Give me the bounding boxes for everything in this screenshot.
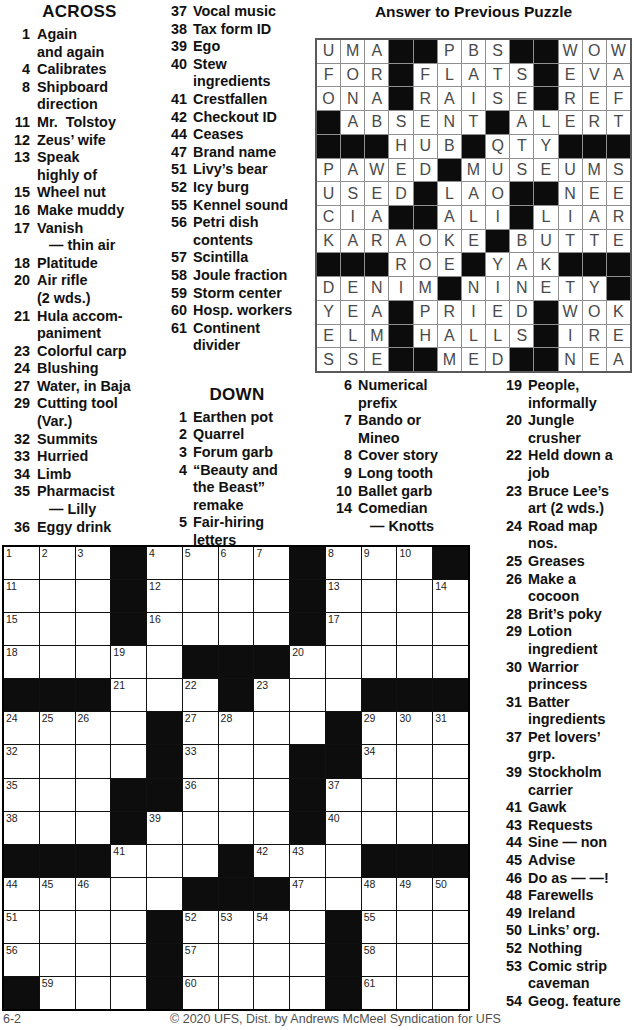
clue-down-43: 43Requests — [498, 817, 634, 835]
across-header: ACROSS — [1, 3, 158, 21]
clue-number: 49 — [498, 905, 528, 923]
clue-text: Zeus’ wife — [37, 132, 158, 150]
puzzle-cell-r4c9[interactable]: 20 — [290, 646, 325, 678]
answer-cell-r4c12: R — [583, 111, 606, 134]
clue-text: Hosp. workers — [193, 302, 313, 320]
puzzle-cell-r14c2[interactable]: 59 — [40, 977, 75, 1009]
clue-across-44: 44Ceases — [161, 126, 313, 144]
puzzle-cell-r2c8[interactable] — [254, 580, 289, 612]
answer-cell-r13c13: E — [607, 325, 630, 348]
puzzle-black-cell — [76, 679, 111, 711]
answer-black-cell — [607, 135, 630, 158]
puzzle-cell-r1c12[interactable]: 10 — [397, 547, 432, 579]
puzzle-cell-r14c13[interactable] — [433, 977, 468, 1009]
puzzle-cell-r14c8[interactable] — [254, 977, 289, 1009]
puzzle-black-cell — [326, 712, 361, 744]
puzzle-cell-r7c2[interactable] — [40, 745, 75, 777]
puzzle-cell-r14c12[interactable] — [397, 977, 432, 1009]
clue-text: Platitude — [37, 255, 158, 273]
answer-cell-r3c13: F — [607, 87, 630, 110]
answer-cell-r3c8: S — [486, 87, 509, 110]
clue-across-42: 42Checkout ID — [161, 109, 313, 127]
clue-text: Pet lovers’ grp. — [528, 729, 634, 764]
cell-number: 59 — [42, 977, 54, 989]
answer-cell-r13c12: R — [583, 325, 606, 348]
puzzle-cell-r3c3[interactable] — [76, 613, 111, 645]
clue-down-30: 30Warrior princess — [498, 659, 634, 694]
cell-number: 50 — [435, 878, 447, 890]
answer-cell-r8c3: A — [365, 206, 388, 229]
answer-cell-r14c11: N — [559, 348, 582, 371]
puzzle-cell-r3c1[interactable]: 15 — [4, 613, 39, 645]
puzzle-cell-r1c10[interactable]: 8 — [326, 547, 361, 579]
puzzle-cell-r14c9[interactable] — [290, 977, 325, 1009]
answer-cell-r11c8: I — [486, 277, 509, 300]
cell-number: 55 — [364, 911, 376, 923]
cell-number: 16 — [149, 613, 161, 625]
answer-cell-r6c13: S — [607, 159, 630, 182]
answer-cell-r4c4: S — [389, 111, 412, 134]
clue-number: 6 — [329, 377, 358, 395]
puzzle-cell-r9c11[interactable] — [362, 812, 397, 844]
puzzle-cell-r3c13[interactable] — [433, 613, 468, 645]
answer-cell-r2c13: A — [607, 64, 630, 87]
answer-cell-r10c10: K — [534, 253, 557, 276]
puzzle-black-cell — [326, 977, 361, 1009]
puzzle-black-cell — [254, 878, 289, 910]
cell-number: 35 — [6, 779, 18, 791]
puzzle-black-cell — [147, 712, 182, 744]
clue-number: 54 — [498, 993, 528, 1011]
cell-number: 30 — [399, 712, 411, 724]
puzzle-cell-r13c7[interactable] — [219, 944, 254, 976]
answer-cell-r1c7: B — [462, 40, 485, 63]
puzzle-cell-r10c6[interactable] — [183, 845, 218, 877]
puzzle-cell-r2c3[interactable] — [76, 580, 111, 612]
cell-number: 11 — [6, 580, 17, 592]
answer-black-cell — [510, 206, 533, 229]
puzzle-cell-r12c9[interactable] — [290, 911, 325, 943]
puzzle-black-cell — [254, 646, 289, 678]
puzzle-cell-r12c6[interactable]: 52 — [183, 911, 218, 943]
clue-text: Bando or Mineo — [358, 412, 479, 447]
puzzle-cell-r3c7[interactable] — [219, 613, 254, 645]
puzzle-black-cell — [111, 580, 146, 612]
puzzle-cell-r6c3[interactable]: 26 — [76, 712, 111, 744]
puzzle-cell-r8c7[interactable] — [219, 779, 254, 811]
copyright-line: © 2020 UFS, Dist. by Andrews McMeel Synd… — [170, 1012, 501, 1026]
puzzle-cell-r3c6[interactable] — [183, 613, 218, 645]
puzzle-cell-r4c12[interactable] — [397, 646, 432, 678]
clue-text: Nothing — [528, 940, 634, 958]
puzzle-cell-r7c3[interactable] — [76, 745, 111, 777]
puzzle-cell-r6c4[interactable] — [111, 712, 146, 744]
puzzle-black-cell — [111, 779, 146, 811]
puzzle-cell-r12c11[interactable]: 55 — [362, 911, 397, 943]
puzzle-black-cell — [219, 878, 254, 910]
puzzle-cell-r6c13[interactable]: 31 — [433, 712, 468, 744]
puzzle-cell-r5c6[interactable]: 22 — [183, 679, 218, 711]
puzzle-cell-r4c3[interactable] — [76, 646, 111, 678]
puzzle-cell-r9c7[interactable] — [219, 812, 254, 844]
puzzle-cell-r2c1[interactable]: 11 — [4, 580, 39, 612]
puzzle-cell-r11c9[interactable]: 47 — [290, 878, 325, 910]
puzzle-cell-r11c11[interactable]: 48 — [362, 878, 397, 910]
puzzle-cell-r12c1[interactable]: 51 — [4, 911, 39, 943]
clue-number: 15 — [1, 184, 37, 202]
puzzle-black-cell — [397, 845, 432, 877]
puzzle-cell-r14c11[interactable]: 61 — [362, 977, 397, 1009]
answer-cell-r9c10: U — [534, 230, 557, 253]
clue-text: Air rifle (2 wds.) — [37, 272, 158, 307]
puzzle-black-cell — [111, 613, 146, 645]
clue-number: 43 — [498, 817, 528, 835]
puzzle-cell-r13c13[interactable] — [433, 944, 468, 976]
answer-cell-r1c3: A — [365, 40, 388, 63]
clue-column-2: 37Vocal music38Tax form ID39Ego40Stew in… — [161, 3, 313, 550]
answer-cell-r2c9: S — [510, 64, 533, 87]
answer-cell-r7c12: E — [583, 182, 606, 205]
cell-number: 51 — [6, 911, 18, 923]
puzzle-cell-r13c1[interactable]: 56 — [4, 944, 39, 976]
answer-cell-r2c1: F — [317, 64, 340, 87]
cell-number: 36 — [185, 779, 197, 791]
puzzle-cell-r1c2[interactable]: 2 — [40, 547, 75, 579]
puzzle-cell-r14c6[interactable]: 60 — [183, 977, 218, 1009]
answer-black-cell — [510, 348, 533, 371]
puzzle-black-cell — [219, 646, 254, 678]
puzzle-cell-r11c10[interactable] — [326, 878, 361, 910]
clue-down-41: 41Gawk — [498, 799, 634, 817]
clue-number: 24 — [1, 360, 37, 378]
clue-text: People, informally — [528, 377, 634, 412]
cell-number: 27 — [185, 712, 197, 724]
clue-number: 44 — [498, 834, 528, 852]
clue-down-19: 19People, informally — [498, 377, 634, 412]
clue-number: 37 — [498, 729, 528, 747]
puzzle-cell-r3c11[interactable] — [362, 613, 397, 645]
answer-cell-r9c13: E — [607, 230, 630, 253]
clue-number: 45 — [498, 852, 528, 870]
clue-across-60: 60Hosp. workers — [161, 302, 313, 320]
puzzle-cell-r8c2[interactable] — [40, 779, 75, 811]
clue-across-11: 11Mr. Tolstoy — [1, 114, 158, 132]
puzzle-cell-r9c6[interactable] — [183, 812, 218, 844]
clue-across-17: 17Vanish — thin air — [1, 220, 158, 255]
puzzle-cell-r9c10[interactable]: 40 — [326, 812, 361, 844]
answer-black-cell — [389, 325, 412, 348]
clue-text: Kennel sound — [193, 197, 313, 215]
cell-number: 26 — [78, 712, 90, 724]
puzzle-cell-r13c3[interactable] — [76, 944, 111, 976]
answer-cell-r8c6: A — [438, 206, 461, 229]
puzzle-cell-r5c5[interactable] — [147, 679, 182, 711]
puzzle-cell-r14c3[interactable] — [76, 977, 111, 1009]
answer-cell-r11c4: I — [389, 277, 412, 300]
answer-cell-r14c3: E — [365, 348, 388, 371]
clue-number: 30 — [498, 659, 528, 677]
puzzle-cell-r12c8[interactable]: 54 — [254, 911, 289, 943]
puzzle-cell-r7c4[interactable] — [111, 745, 146, 777]
puzzle-cell-r1c8[interactable]: 7 — [254, 547, 289, 579]
puzzle-cell-r12c12[interactable] — [397, 911, 432, 943]
puzzle-cell-r2c13[interactable]: 14 — [433, 580, 468, 612]
puzzle-cell-r3c10[interactable]: 17 — [326, 613, 361, 645]
answer-cell-r3c6: A — [438, 87, 461, 110]
puzzle-cell-r14c4[interactable] — [111, 977, 146, 1009]
clue-text: Livy’s bear — [193, 161, 313, 179]
puzzle-cell-r8c10[interactable]: 37 — [326, 779, 361, 811]
clue-down-23: 23Bruce Lee’s art (2 wds.) — [498, 483, 634, 518]
cell-number: 49 — [399, 878, 411, 890]
clue-text: Scintilla — [193, 249, 313, 267]
puzzle-cell-r8c6[interactable]: 36 — [183, 779, 218, 811]
puzzle-cell-r6c8[interactable] — [254, 712, 289, 744]
clue-down-39: 39Stockholm carrier — [498, 764, 634, 799]
answer-black-cell — [534, 87, 557, 110]
puzzle-cell-r5c9[interactable] — [290, 679, 325, 711]
answer-cell-r1c12: O — [583, 40, 606, 63]
puzzle-cell-r12c4[interactable] — [111, 911, 146, 943]
clue-down-44: 44Sine — non — [498, 834, 634, 852]
clue-text: Pharmacist — Lilly — [37, 483, 158, 518]
puzzle-cell-r4c2[interactable] — [40, 646, 75, 678]
puzzle-cell-r5c4[interactable]: 21 — [111, 679, 146, 711]
answer-cell-r1c13: W — [607, 40, 630, 63]
puzzle-cell-r7c6[interactable]: 33 — [183, 745, 218, 777]
puzzle-cell-r10c9[interactable]: 43 — [290, 845, 325, 877]
puzzle-cell-r1c7[interactable]: 6 — [219, 547, 254, 579]
clue-number: 32 — [1, 431, 37, 449]
puzzle-black-cell — [4, 977, 39, 1009]
clue-number: 56 — [161, 214, 193, 232]
puzzle-cell-r8c3[interactable] — [76, 779, 111, 811]
puzzle-black-cell — [433, 845, 468, 877]
puzzle-cell-r7c13[interactable] — [433, 745, 468, 777]
puzzle-cell-r6c12[interactable]: 30 — [397, 712, 432, 744]
puzzle-cell-r10c8[interactable]: 42 — [254, 845, 289, 877]
puzzle-cell-r6c9[interactable] — [290, 712, 325, 744]
clue-down-28: 28Brit’s poky — [498, 606, 634, 624]
clue-number: 4 — [1, 61, 37, 79]
puzzle-cell-r8c8[interactable] — [254, 779, 289, 811]
answer-cell-r11c10: E — [534, 277, 557, 300]
clue-text: Icy burg — [193, 179, 313, 197]
clue-across-24: 24Blushing — [1, 360, 158, 378]
puzzle-cell-r8c12[interactable] — [397, 779, 432, 811]
clue-down-1: 1Earthen pot — [161, 409, 313, 427]
clue-text: Cutting tool (Var.) — [37, 395, 158, 430]
puzzle-cell-r9c2[interactable] — [40, 812, 75, 844]
puzzle-cell-r13c6[interactable]: 57 — [183, 944, 218, 976]
cell-number: 41 — [113, 845, 125, 857]
puzzle-cell-r4c11[interactable] — [362, 646, 397, 678]
puzzle-cell-r10c5[interactable] — [147, 845, 182, 877]
puzzle-cell-r12c13[interactable] — [433, 911, 468, 943]
answer-cell-r6c1: P — [317, 159, 340, 182]
clue-number: 8 — [1, 79, 37, 97]
puzzle-cell-r11c1[interactable]: 44 — [4, 878, 39, 910]
down-clue-column-4: 19People, informally20Jungle crusher22He… — [498, 377, 634, 1010]
clue-number: 12 — [1, 132, 37, 150]
puzzle-cell-r13c12[interactable] — [397, 944, 432, 976]
puzzle-cell-r4c1[interactable]: 18 — [4, 646, 39, 678]
puzzle-cell-r13c4[interactable] — [111, 944, 146, 976]
clue-across-33: 33Hurried — [1, 448, 158, 466]
puzzle-cell-r2c5[interactable]: 12 — [147, 580, 182, 612]
clue-text: Numerical prefix — [358, 377, 479, 412]
cell-number: 52 — [185, 911, 197, 923]
puzzle-cell-r11c12[interactable]: 49 — [397, 878, 432, 910]
puzzle-cell-r9c13[interactable] — [433, 812, 468, 844]
answer-cell-r11c1: D — [317, 277, 340, 300]
puzzle-cell-r9c3[interactable] — [76, 812, 111, 844]
cell-number: 9 — [364, 547, 370, 559]
cell-number: 29 — [364, 712, 376, 724]
puzzle-cell-r9c12[interactable] — [397, 812, 432, 844]
answer-cell-r11c11: T — [559, 277, 582, 300]
puzzle-cell-r4c5[interactable] — [147, 646, 182, 678]
clue-number: 52 — [498, 940, 528, 958]
puzzle-cell-r12c3[interactable] — [76, 911, 111, 943]
cell-number: 25 — [42, 712, 54, 724]
answer-black-cell — [510, 182, 533, 205]
clue-text: Batter ingredients — [528, 694, 634, 729]
puzzle-cell-r1c6[interactable]: 5 — [183, 547, 218, 579]
puzzle-cell-r7c1[interactable]: 32 — [4, 745, 39, 777]
answer-cell-r9c2: A — [341, 230, 364, 253]
puzzle-cell-r9c1[interactable]: 38 — [4, 812, 39, 844]
puzzle-cell-r8c13[interactable] — [433, 779, 468, 811]
puzzle-cell-r6c1[interactable]: 24 — [4, 712, 39, 744]
puzzle-cell-r7c7[interactable] — [219, 745, 254, 777]
clue-number: 11 — [1, 114, 37, 132]
clue-across-39: 39Ego — [161, 38, 313, 56]
clue-number: 7 — [329, 412, 358, 430]
clue-across-57: 57Scintilla — [161, 249, 313, 267]
cell-number: 54 — [256, 911, 268, 923]
puzzle-cell-r10c10[interactable] — [326, 845, 361, 877]
clue-number: 1 — [161, 409, 193, 427]
puzzle-cell-r6c6[interactable]: 27 — [183, 712, 218, 744]
puzzle-cell-r6c2[interactable]: 25 — [40, 712, 75, 744]
puzzle-black-cell — [290, 547, 325, 579]
answer-black-cell — [341, 253, 364, 276]
puzzle-cell-r3c8[interactable] — [254, 613, 289, 645]
clue-down-52: 52Nothing — [498, 940, 634, 958]
clue-number: 13 — [1, 149, 37, 167]
puzzle-cell-r1c11[interactable]: 9 — [362, 547, 397, 579]
answer-black-cell — [414, 206, 437, 229]
puzzle-cell-r6c7[interactable]: 28 — [219, 712, 254, 744]
clue-number: 20 — [498, 412, 528, 430]
clue-number: 61 — [161, 320, 193, 338]
clue-number: 58 — [161, 267, 193, 285]
answer-cell-r3c1: O — [317, 87, 340, 110]
puzzle-cell-r11c4[interactable] — [111, 878, 146, 910]
clue-number: 50 — [498, 922, 528, 940]
answer-grid-title: Answer to Previous Puzzle — [315, 3, 632, 21]
puzzle-cell-r11c2[interactable]: 45 — [40, 878, 75, 910]
puzzle-cell-r13c9[interactable] — [290, 944, 325, 976]
puzzle-cell-r1c1[interactable]: 1 — [4, 547, 39, 579]
puzzle-cell-r3c12[interactable] — [397, 613, 432, 645]
clue-number: 39 — [161, 38, 193, 56]
puzzle-cell-r1c5[interactable]: 4 — [147, 547, 182, 579]
puzzle-cell-r4c10[interactable] — [326, 646, 361, 678]
puzzle-cell-r11c13[interactable]: 50 — [433, 878, 468, 910]
puzzle-cell-r11c3[interactable]: 46 — [76, 878, 111, 910]
puzzle-cell-r8c1[interactable]: 35 — [4, 779, 39, 811]
puzzle-cell-r8c11[interactable] — [362, 779, 397, 811]
puzzle-black-cell — [433, 679, 468, 711]
answer-cell-r12c3: A — [365, 301, 388, 324]
puzzle-cell-r4c4[interactable]: 19 — [111, 646, 146, 678]
answer-black-cell — [438, 159, 461, 182]
answer-black-cell — [389, 301, 412, 324]
clue-number: 55 — [161, 197, 193, 215]
clue-text: Stew ingredients — [193, 56, 313, 91]
answer-cell-r9c6: K — [438, 230, 461, 253]
answer-cell-r3c2: N — [341, 87, 364, 110]
puzzle-cell-r6c11[interactable]: 29 — [362, 712, 397, 744]
puzzle-cell-r9c8[interactable] — [254, 812, 289, 844]
puzzle-cell-r11c5[interactable] — [147, 878, 182, 910]
puzzle-cell-r3c5[interactable]: 16 — [147, 613, 182, 645]
puzzle-cell-r13c2[interactable] — [40, 944, 75, 976]
puzzle-cell-r5c8[interactable]: 23 — [254, 679, 289, 711]
cell-number: 13 — [328, 580, 340, 592]
puzzle-cell-r7c11[interactable]: 34 — [362, 745, 397, 777]
puzzle-cell-r9c5[interactable]: 39 — [147, 812, 182, 844]
answer-cell-r3c12: E — [583, 87, 606, 110]
clue-down-7: 7Bando or Mineo — [329, 412, 479, 447]
puzzle-cell-r14c7[interactable] — [219, 977, 254, 1009]
puzzle-cell-r7c8[interactable] — [254, 745, 289, 777]
answer-cell-r4c11: E — [559, 111, 582, 134]
puzzle-cell-r13c8[interactable] — [254, 944, 289, 976]
clue-across-55: 55Kennel sound — [161, 197, 313, 215]
puzzle-cell-r1c3[interactable]: 3 — [76, 547, 111, 579]
puzzle-cell-r2c12[interactable] — [397, 580, 432, 612]
answer-cell-r11c12: Y — [583, 277, 606, 300]
puzzle-cell-r10c4[interactable]: 41 — [111, 845, 146, 877]
puzzle-cell-r4c13[interactable] — [433, 646, 468, 678]
clue-text: Gawk — [528, 799, 634, 817]
puzzle-cell-r5c10[interactable] — [326, 679, 361, 711]
puzzle-cell-r2c10[interactable]: 13 — [326, 580, 361, 612]
puzzle-cell-r13c11[interactable]: 58 — [362, 944, 397, 976]
puzzle-cell-r12c7[interactable]: 53 — [219, 911, 254, 943]
answer-cell-r11c7: N — [462, 277, 485, 300]
puzzle-cell-r12c2[interactable] — [40, 911, 75, 943]
cell-number: 31 — [435, 712, 447, 724]
puzzle-cell-r2c6[interactable] — [183, 580, 218, 612]
down-clues-3: 19People, informally20Jungle crusher22He… — [498, 377, 634, 1010]
answer-cell-r9c3: R — [365, 230, 388, 253]
clue-number: 20 — [1, 272, 37, 290]
clue-text: Calibrates — [37, 61, 158, 79]
puzzle-cell-r2c7[interactable] — [219, 580, 254, 612]
puzzle-cell-r2c2[interactable] — [40, 580, 75, 612]
answer-cell-r4c9: A — [510, 111, 533, 134]
clue-across-47: 47Brand name — [161, 144, 313, 162]
puzzle-cell-r2c11[interactable] — [362, 580, 397, 612]
answer-black-cell — [389, 348, 412, 371]
clue-across-12: 12Zeus’ wife — [1, 132, 158, 150]
puzzle-cell-r7c12[interactable] — [397, 745, 432, 777]
puzzle-cell-r3c2[interactable] — [40, 613, 75, 645]
